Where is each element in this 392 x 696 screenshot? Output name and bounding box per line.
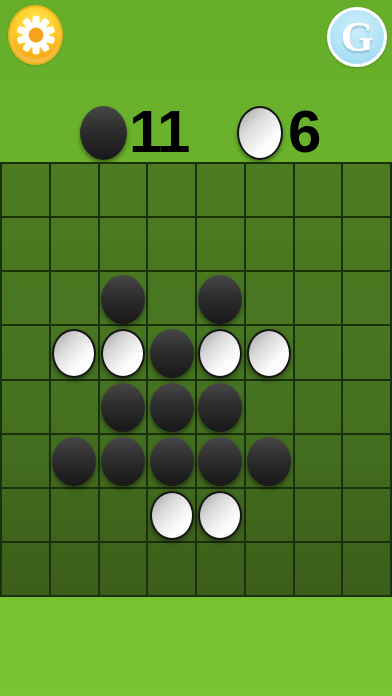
board-cell-r3c1[interactable]: [2, 272, 51, 326]
board-cell-r7c7[interactable]: [295, 489, 344, 543]
black-disc: [247, 437, 291, 486]
board-cell-r3c8[interactable]: [343, 272, 392, 326]
white-disc: [101, 329, 145, 378]
board-cell-r3c7[interactable]: [295, 272, 344, 326]
board-cell-r6c2[interactable]: [51, 435, 100, 489]
board-cell-r5c3[interactable]: [100, 381, 149, 435]
board-cell-r8c6[interactable]: [246, 543, 295, 597]
board-cell-r4c3[interactable]: [100, 326, 149, 380]
board-cell-r6c4[interactable]: [148, 435, 197, 489]
board-cell-r8c2[interactable]: [51, 543, 100, 597]
board-cell-r1c3[interactable]: [100, 164, 149, 218]
board-cell-r3c2[interactable]: [51, 272, 100, 326]
board-cell-r8c5[interactable]: [197, 543, 246, 597]
white-disc: [150, 491, 194, 540]
board-cell-r4c8[interactable]: [343, 326, 392, 380]
settings-button[interactable]: [8, 5, 63, 65]
black-disc: [198, 275, 242, 324]
board-cell-r8c8[interactable]: [343, 543, 392, 597]
board-cell-r3c4[interactable]: [148, 272, 197, 326]
board-cell-r5c8[interactable]: [343, 381, 392, 435]
board-cell-r6c8[interactable]: [343, 435, 392, 489]
board-cell-r4c6[interactable]: [246, 326, 295, 380]
black-disc: [101, 383, 145, 432]
board-cell-r4c7[interactable]: [295, 326, 344, 380]
black-score-count: 11: [129, 103, 188, 161]
board-cell-r7c2[interactable]: [51, 489, 100, 543]
board-cell-r8c4[interactable]: [148, 543, 197, 597]
black-disc: [150, 329, 194, 378]
black-disc: [198, 383, 242, 432]
board-cell-r1c1[interactable]: [2, 164, 51, 218]
board-cell-r8c3[interactable]: [100, 543, 149, 597]
board-cell-r6c7[interactable]: [295, 435, 344, 489]
black-score-disc: [80, 106, 127, 160]
white-disc: [52, 329, 96, 378]
white-score-disc: [237, 106, 283, 160]
board-cell-r6c1[interactable]: [2, 435, 51, 489]
board-cell-r2c5[interactable]: [197, 218, 246, 272]
game-center-label: G: [341, 16, 374, 58]
board-cell-r3c6[interactable]: [246, 272, 295, 326]
board-cell-r4c2[interactable]: [51, 326, 100, 380]
board-cell-r6c6[interactable]: [246, 435, 295, 489]
white-score-count: 6: [288, 103, 319, 161]
board-cell-r1c6[interactable]: [246, 164, 295, 218]
board-cell-r5c7[interactable]: [295, 381, 344, 435]
black-disc: [198, 437, 242, 486]
board-cell-r5c1[interactable]: [2, 381, 51, 435]
board-cell-r4c4[interactable]: [148, 326, 197, 380]
board-cell-r5c6[interactable]: [246, 381, 295, 435]
board-cell-r1c7[interactable]: [295, 164, 344, 218]
board-cell-r4c5[interactable]: [197, 326, 246, 380]
board-cell-r1c4[interactable]: [148, 164, 197, 218]
board-cell-r8c1[interactable]: [2, 543, 51, 597]
board-cell-r1c8[interactable]: [343, 164, 392, 218]
board-cell-r2c7[interactable]: [295, 218, 344, 272]
board-cell-r7c6[interactable]: [246, 489, 295, 543]
black-disc: [52, 437, 96, 486]
board-cell-r7c4[interactable]: [148, 489, 197, 543]
board-cell-r2c8[interactable]: [343, 218, 392, 272]
board-cell-r6c3[interactable]: [100, 435, 149, 489]
board-cell-r7c1[interactable]: [2, 489, 51, 543]
othello-board: [0, 162, 392, 597]
white-disc: [198, 329, 242, 378]
black-disc: [150, 383, 194, 432]
board-cell-r2c6[interactable]: [246, 218, 295, 272]
board-cell-r8c7[interactable]: [295, 543, 344, 597]
board-cell-r1c2[interactable]: [51, 164, 100, 218]
board-cell-r6c5[interactable]: [197, 435, 246, 489]
gear-icon: [15, 14, 57, 56]
white-disc: [198, 491, 242, 540]
board-cell-r2c4[interactable]: [148, 218, 197, 272]
board-cell-r2c3[interactable]: [100, 218, 149, 272]
board-cell-r7c8[interactable]: [343, 489, 392, 543]
white-disc: [247, 329, 291, 378]
black-disc: [101, 437, 145, 486]
black-disc: [101, 275, 145, 324]
board-cell-r2c2[interactable]: [51, 218, 100, 272]
board-cell-r2c1[interactable]: [2, 218, 51, 272]
black-disc: [150, 437, 194, 486]
board-cell-r4c1[interactable]: [2, 326, 51, 380]
board-cell-r3c3[interactable]: [100, 272, 149, 326]
board-cell-r3c5[interactable]: [197, 272, 246, 326]
game-center-button[interactable]: G: [327, 7, 387, 67]
board-cell-r7c5[interactable]: [197, 489, 246, 543]
board-cell-r7c3[interactable]: [100, 489, 149, 543]
board-cell-r5c5[interactable]: [197, 381, 246, 435]
board-cell-r1c5[interactable]: [197, 164, 246, 218]
board-cell-r5c2[interactable]: [51, 381, 100, 435]
board-cell-r5c4[interactable]: [148, 381, 197, 435]
